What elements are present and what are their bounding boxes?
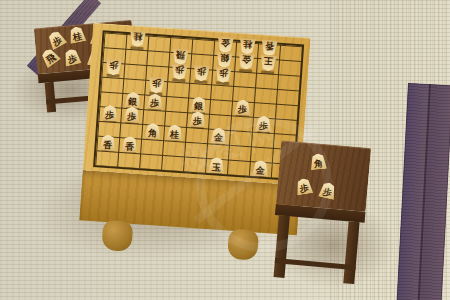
board-cell [95,150,118,166]
board-cell [103,32,126,48]
board-cell [140,139,163,155]
captured-piece: 桂 [67,25,87,44]
board-cell [228,145,251,161]
shogi-piece-sente: 香 [121,136,139,153]
board-cell [278,59,301,75]
board-cell: 歩 [231,101,254,117]
board-cell [277,74,300,90]
piece-kanji: 歩 [150,99,160,110]
shogi-piece-sente: 銀 [190,96,208,113]
right-piece-stand: 角歩歩 [275,140,371,223]
board-cell: 銀 [187,98,210,114]
board-cell: 香 [118,137,141,153]
piece-kanji: 歩 [51,36,64,49]
board-cell [165,96,188,112]
piece-kanji: 桂 [170,130,180,141]
shogi-piece-sente: 歩 [234,99,252,116]
board-cell [164,111,187,127]
piece-kanji: 歩 [322,187,333,199]
piece-kanji: 歩 [127,113,137,124]
piece-kanji: 金 [241,53,251,64]
board-cell: 歩 [211,70,234,86]
board-cell [97,121,120,137]
piece-kanji: 飛 [45,53,58,66]
captured-piece: 歩 [62,47,82,66]
board-cell: 角 [141,124,164,140]
piece-kanji: 香 [103,140,113,151]
right-stand-top: 角歩歩 [276,140,371,212]
piece-kanji: 飛 [175,49,185,60]
shogi-piece-sente: 玉 [207,157,225,174]
board-cell [183,157,206,173]
captured-piece: 歩 [318,181,338,200]
board-cell [276,89,299,105]
shogi-piece-sente: 金 [251,160,269,177]
board-cell: 歩 [143,94,166,110]
board-cell [230,115,253,131]
board-cell [184,142,207,158]
captured-piece: 角 [309,153,327,170]
board-cell: 桂 [163,125,186,141]
board-cell [232,86,255,102]
piece-kanji: 桂 [242,38,252,49]
board-cell [99,91,122,107]
board-cell [142,109,165,125]
board-cell: 歩 [186,112,209,128]
board-cell: 歩 [189,68,212,84]
captured-piece: 歩 [45,28,68,50]
board-cell [254,87,277,103]
piece-kanji: 角 [314,159,324,170]
shogi-piece-sente: 歩 [146,93,164,110]
board-cell [161,155,184,171]
shogi-piece-sente: 歩 [101,105,119,122]
piece-kanji: 歩 [105,111,115,122]
piece-kanji: 金 [255,166,265,177]
board-cell: 金 [207,129,230,145]
piece-kanji: 銀 [219,52,229,63]
shogi-piece-sente: 香 [99,134,117,151]
board-cell [124,49,147,65]
board-cell [233,71,256,87]
board-cell [147,36,170,52]
piece-kanji: 歩 [218,66,228,77]
board-cell [275,104,298,120]
captured-piece: 飛 [38,46,61,69]
board-cell [250,146,273,162]
piece-kanji: 桂 [133,31,143,42]
piece-kanji: 金 [220,37,230,48]
board-cell [253,102,276,118]
board-cell [227,160,250,176]
board-cell: 桂 [125,34,148,50]
board-cell: 玉 [205,158,228,174]
board-cell [185,127,208,143]
piece-kanji: 香 [125,142,135,153]
board-cell [146,50,169,66]
shogi-piece-sente: 歩 [123,106,141,123]
piece-kanji: 玉 [211,163,221,174]
board-cell: 歩 [120,108,143,124]
board-cell [139,153,162,169]
board-cell [122,78,145,94]
board-cell [208,114,231,130]
board-cell: 歩 [252,117,275,133]
piece-kanji: 歩 [151,77,161,88]
shogi-piece-sente: 歩 [189,111,207,128]
board-cell [162,140,185,156]
board-cell: 銀 [121,93,144,109]
board-cell: 金 [234,56,257,72]
board-cell [279,45,302,61]
piece-kanji: 金 [214,133,224,144]
board-cell [100,77,123,93]
captured-piece: 歩 [294,177,313,195]
board-cell: 歩 [101,62,124,78]
piece-kanji: 角 [148,129,158,140]
board-cell [206,143,229,159]
shogi-piece-sente: 角 [144,123,162,140]
board-cell: 金 [249,161,272,177]
board-cell [123,63,146,79]
board-cell [209,99,232,115]
piece-kanji: 香 [264,40,274,51]
board-cell [255,73,278,89]
board-cell [166,81,189,97]
board-grid: 桂金桂香飛銀金王歩歩歩歩歩銀歩銀歩歩歩歩歩角桂金香香玉金 [93,30,304,181]
board-cell: 香 [96,136,119,152]
board-cell [117,152,140,168]
piece-kanji: 歩 [258,122,268,133]
piece-kanji: 歩 [67,54,78,66]
piece-kanji: 歩 [174,63,184,74]
board-cell [210,84,233,100]
photo-scene: 歩桂歩飛歩歩 桂金桂香飛銀金王歩歩歩歩歩銀歩銀歩歩歩歩歩角桂金香香玉金 角歩歩 … [0,0,450,300]
piece-kanji: 歩 [193,117,203,128]
piece-kanji: 銀 [128,98,138,109]
board-cell [191,39,214,55]
board-cell [251,132,274,148]
board-cell: 歩 [98,106,121,122]
piece-kanji: 歩 [108,59,118,70]
board-cell [229,130,252,146]
board-cell [188,83,211,99]
board-cell: 王 [256,58,279,74]
board-cell: 歩 [144,80,167,96]
shogi-piece-sente: 歩 [254,115,272,132]
shogi-piece-sente: 桂 [166,124,184,141]
board-cell: 歩 [167,67,190,83]
shogi-piece-sente: 銀 [124,92,142,109]
shogi-piece-sente: 金 [210,127,228,144]
piece-kanji: 桂 [72,32,83,44]
board-top: 桂金桂香飛銀金王歩歩歩歩歩銀歩銀歩歩歩歩歩角桂金香香玉金 [83,23,311,186]
board-cell [119,122,142,138]
piece-kanji: 王 [263,55,273,66]
board-cell [274,118,297,134]
piece-kanji: 銀 [194,102,204,113]
piece-kanji: 歩 [196,65,206,76]
piece-kanji: 歩 [299,184,309,195]
piece-kanji: 歩 [238,105,248,116]
